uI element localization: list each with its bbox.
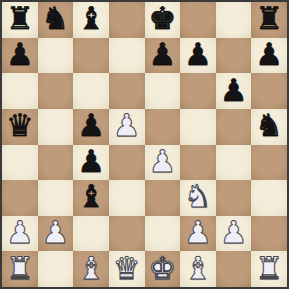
square-a3[interactable]	[2, 180, 38, 216]
black-rook-piece[interactable]: ♜	[6, 3, 34, 34]
square-d8[interactable]	[109, 2, 145, 38]
square-h2[interactable]	[251, 216, 287, 252]
square-e6[interactable]	[145, 73, 181, 109]
white-pawn-piece[interactable]: ♟	[184, 217, 212, 248]
square-d7[interactable]	[109, 38, 145, 74]
square-f4[interactable]	[180, 145, 216, 181]
black-queen-piece[interactable]: ♛	[6, 110, 34, 141]
square-a4[interactable]	[2, 145, 38, 181]
white-pawn-piece[interactable]: ♟	[148, 146, 176, 177]
square-c1[interactable]: ♝	[73, 251, 109, 287]
black-pawn-piece[interactable]: ♟	[184, 39, 212, 70]
square-g2[interactable]: ♟	[216, 216, 252, 252]
black-king-piece[interactable]: ♚	[148, 3, 176, 34]
white-rook-piece[interactable]: ♜	[255, 253, 283, 284]
square-e7[interactable]: ♟	[145, 38, 181, 74]
square-c8[interactable]: ♝	[73, 2, 109, 38]
square-g3[interactable]	[216, 180, 252, 216]
white-queen-piece[interactable]: ♛	[113, 253, 141, 284]
square-d4[interactable]	[109, 145, 145, 181]
square-c4[interactable]: ♟	[73, 145, 109, 181]
square-a2[interactable]: ♟	[2, 216, 38, 252]
square-b2[interactable]: ♟	[38, 216, 74, 252]
square-d6[interactable]	[109, 73, 145, 109]
square-g6[interactable]: ♟	[216, 73, 252, 109]
square-d2[interactable]	[109, 216, 145, 252]
square-f3[interactable]: ♞	[180, 180, 216, 216]
square-c7[interactable]	[73, 38, 109, 74]
square-e5[interactable]	[145, 109, 181, 145]
square-d3[interactable]	[109, 180, 145, 216]
black-knight-piece[interactable]: ♞	[255, 110, 283, 141]
square-b7[interactable]	[38, 38, 74, 74]
square-g4[interactable]	[216, 145, 252, 181]
square-h8[interactable]: ♜	[251, 2, 287, 38]
white-pawn-piece[interactable]: ♟	[113, 110, 141, 141]
square-b1[interactable]	[38, 251, 74, 287]
white-king-piece[interactable]: ♚	[148, 253, 176, 284]
black-knight-piece[interactable]: ♞	[42, 3, 70, 34]
square-e8[interactable]: ♚	[145, 2, 181, 38]
square-g1[interactable]	[216, 251, 252, 287]
square-b3[interactable]	[38, 180, 74, 216]
white-rook-piece[interactable]: ♜	[6, 253, 34, 284]
black-bishop-piece[interactable]: ♝	[77, 3, 105, 34]
white-bishop-piece[interactable]: ♝	[184, 253, 212, 284]
white-pawn-piece[interactable]: ♟	[6, 217, 34, 248]
black-pawn-piece[interactable]: ♟	[6, 39, 34, 70]
white-bishop-piece[interactable]: ♝	[77, 253, 105, 284]
square-c2[interactable]	[73, 216, 109, 252]
square-h1[interactable]: ♜	[251, 251, 287, 287]
white-pawn-piece[interactable]: ♟	[42, 217, 70, 248]
square-e4[interactable]: ♟	[145, 145, 181, 181]
white-knight-piece[interactable]: ♞	[184, 181, 212, 212]
black-rook-piece[interactable]: ♜	[255, 3, 283, 34]
square-f6[interactable]	[180, 73, 216, 109]
square-e2[interactable]	[145, 216, 181, 252]
square-a6[interactable]	[2, 73, 38, 109]
square-c5[interactable]: ♟	[73, 109, 109, 145]
black-pawn-piece[interactable]: ♟	[220, 75, 248, 106]
square-d5[interactable]: ♟	[109, 109, 145, 145]
square-c6[interactable]	[73, 73, 109, 109]
square-h7[interactable]: ♟	[251, 38, 287, 74]
square-f5[interactable]	[180, 109, 216, 145]
black-pawn-piece[interactable]: ♟	[255, 39, 283, 70]
square-a7[interactable]: ♟	[2, 38, 38, 74]
square-h5[interactable]: ♞	[251, 109, 287, 145]
square-g7[interactable]	[216, 38, 252, 74]
square-g5[interactable]	[216, 109, 252, 145]
square-a1[interactable]: ♜	[2, 251, 38, 287]
square-b6[interactable]	[38, 73, 74, 109]
square-d1[interactable]: ♛	[109, 251, 145, 287]
square-f8[interactable]	[180, 2, 216, 38]
square-h3[interactable]	[251, 180, 287, 216]
square-e3[interactable]	[145, 180, 181, 216]
square-b8[interactable]: ♞	[38, 2, 74, 38]
square-e1[interactable]: ♚	[145, 251, 181, 287]
square-b5[interactable]	[38, 109, 74, 145]
square-g8[interactable]	[216, 2, 252, 38]
black-pawn-piece[interactable]: ♟	[148, 39, 176, 70]
square-c3[interactable]: ♝	[73, 180, 109, 216]
chess-board: ♜♞♝♚♜♟♟♟♟♟♛♟♟♞♟♟♝♞♟♟♟♟♜♝♛♚♝♜	[0, 0, 289, 289]
square-a5[interactable]: ♛	[2, 109, 38, 145]
square-b4[interactable]	[38, 145, 74, 181]
black-bishop-piece[interactable]: ♝	[77, 181, 105, 212]
square-f7[interactable]: ♟	[180, 38, 216, 74]
white-pawn-piece[interactable]: ♟	[220, 217, 248, 248]
black-pawn-piece[interactable]: ♟	[77, 110, 105, 141]
black-pawn-piece[interactable]: ♟	[77, 146, 105, 177]
square-a8[interactable]: ♜	[2, 2, 38, 38]
square-h6[interactable]	[251, 73, 287, 109]
square-f1[interactable]: ♝	[180, 251, 216, 287]
square-f2[interactable]: ♟	[180, 216, 216, 252]
square-h4[interactable]	[251, 145, 287, 181]
